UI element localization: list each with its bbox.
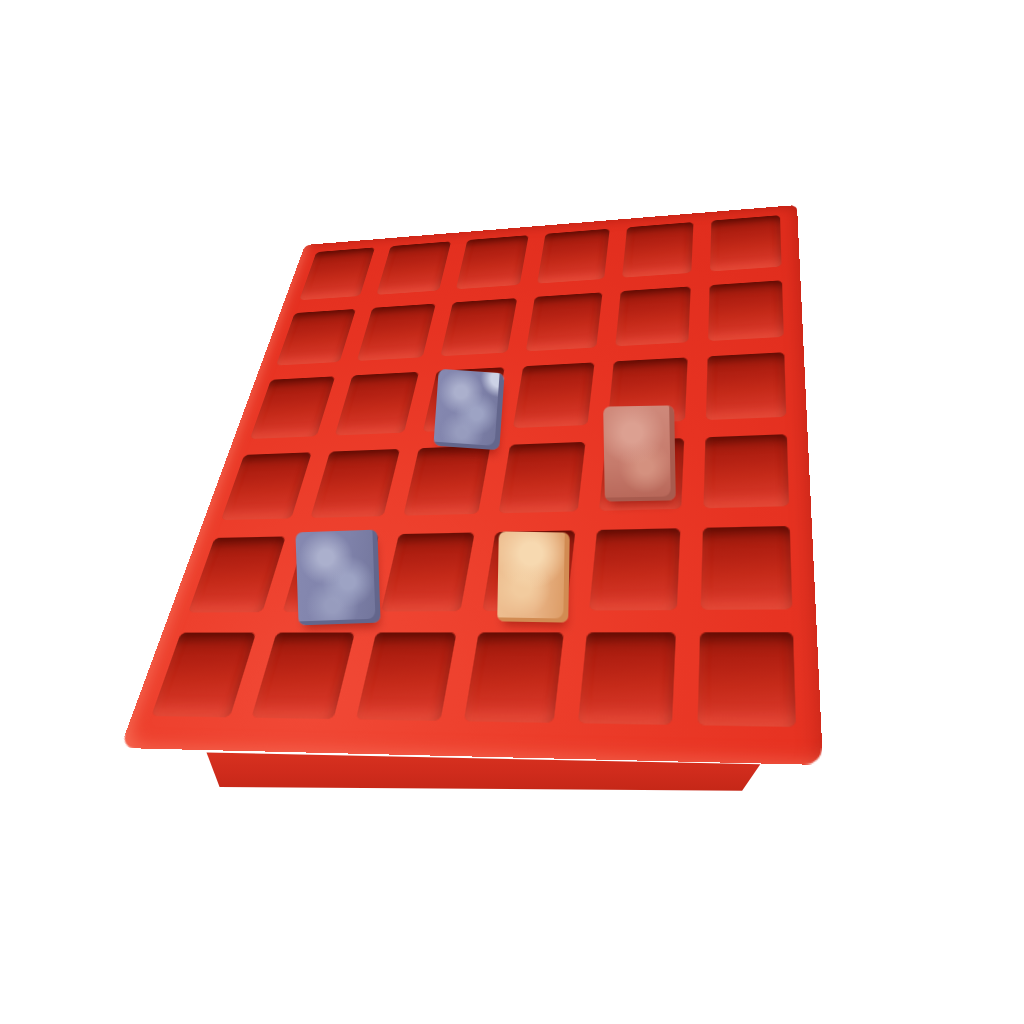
cavity-r1-c6[interactable] [710, 215, 781, 271]
cavity-r2-c4[interactable] [526, 292, 603, 351]
photo-stage [0, 0, 1024, 1024]
cavity-r2-c5[interactable] [616, 286, 691, 346]
cavity-r4-c2[interactable] [310, 448, 400, 517]
cavity-r4-c3[interactable] [403, 445, 491, 516]
cavity-r4-c6[interactable] [704, 434, 789, 509]
cavity-r4-c1[interactable] [221, 452, 312, 520]
piece-purple-block-1[interactable] [433, 369, 504, 450]
cavity-r1-c2[interactable] [376, 241, 450, 294]
piece-orange-block[interactable] [497, 531, 570, 622]
cavity-r1-c4[interactable] [538, 229, 610, 284]
cavity-r6-c4[interactable] [464, 632, 564, 723]
cavity-r2-c2[interactable] [357, 303, 436, 361]
cavity-r2-c1[interactable] [276, 309, 356, 366]
cavity-r5-c5[interactable] [590, 528, 681, 610]
cavity-r5-c3[interactable] [381, 532, 476, 610]
cavity-r3-c6[interactable] [706, 352, 786, 419]
cavity-r5-c1[interactable] [188, 536, 285, 611]
cavity-r6-c2[interactable] [251, 632, 354, 719]
cavity-r6-c5[interactable] [578, 632, 676, 725]
cavity-r1-c5[interactable] [622, 222, 693, 277]
cavity-r2-c6[interactable] [708, 280, 784, 341]
piece-red-block[interactable] [603, 405, 676, 501]
cavity-r6-c6[interactable] [698, 631, 796, 727]
cavity-r5-c6[interactable] [701, 526, 792, 609]
cavity-r6-c1[interactable] [151, 632, 256, 717]
cavity-r3-c1[interactable] [250, 376, 335, 438]
cavity-r2-c3[interactable] [440, 298, 518, 357]
mold-tray-board [120, 205, 823, 765]
cavity-r6-c3[interactable] [355, 632, 457, 721]
cavity-r1-c1[interactable] [299, 247, 374, 299]
piece-purple-block-2[interactable] [295, 530, 380, 626]
cavity-r4-c4[interactable] [499, 441, 586, 513]
cavity-r3-c4[interactable] [514, 362, 595, 427]
cavity-r3-c2[interactable] [335, 372, 419, 435]
cavity-r1-c3[interactable] [456, 235, 529, 289]
